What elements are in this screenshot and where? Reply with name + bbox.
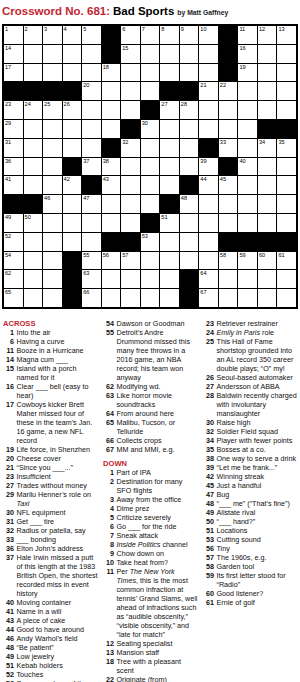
cell-number: 30	[142, 120, 148, 126]
clue-across-63: 63Like horror movie soundtracks	[103, 391, 198, 409]
clue-text: Baldwin recently charged with involuntar…	[217, 391, 299, 418]
cell-number: 41	[5, 176, 11, 182]
letter-cell	[238, 270, 257, 288]
clue-across-1: 1Into the air	[3, 328, 98, 337]
letter-cell	[277, 82, 296, 100]
letter-cell	[160, 139, 179, 157]
letter-cell: 16	[238, 45, 257, 63]
clue-text: Like horror movie soundtracks	[117, 391, 199, 409]
letter-cell	[180, 158, 199, 176]
letter-cell	[24, 45, 43, 63]
cell-number: 26	[64, 101, 70, 107]
clue-down-42: 42Winning streak	[203, 472, 298, 481]
letter-cell	[63, 45, 82, 63]
clue-text: Seating specialist	[117, 639, 199, 648]
letter-cell	[63, 233, 82, 251]
clue-text: Detroit’s Andre Drummond missed this man…	[117, 328, 199, 382]
letter-cell: 56	[102, 252, 121, 270]
letter-cell	[180, 252, 199, 270]
black-square	[277, 120, 296, 138]
clue-across-55: 55Detroit’s Andre Drummond missed this m…	[103, 328, 198, 382]
letter-cell: 15	[121, 45, 140, 63]
letter-cell	[160, 233, 179, 251]
cell-number: 14	[5, 45, 11, 51]
cell-number: 36	[5, 158, 11, 164]
cell-number: 51	[161, 214, 167, 220]
clue-number: 11	[103, 567, 114, 639]
clue-down-59: 59Its first letter stood for “Radio”	[203, 571, 298, 589]
cell-number: 61	[278, 252, 284, 258]
clue-down-11: 11Per The New York Times, this is the mo…	[103, 567, 198, 639]
crossword-grid: 1234567891011121314151617181920212223242…	[2, 24, 298, 309]
clue-across-20: 20Cheese cover	[3, 454, 98, 463]
letter-cell: 3	[43, 26, 62, 44]
clue-number: 23	[203, 319, 214, 328]
letter-cell	[141, 158, 160, 176]
cell-number: 67	[200, 289, 206, 295]
letter-cell: 40	[238, 158, 257, 176]
letter-cell	[160, 289, 179, 307]
cell-number: 3	[44, 26, 47, 32]
letter-cell	[43, 233, 62, 251]
cell-number: 57	[122, 252, 128, 258]
letter-cell	[102, 195, 121, 213]
letter-cell: 50	[24, 214, 43, 232]
letter-cell	[258, 101, 277, 119]
clue-number: 25	[203, 337, 214, 373]
letter-cell: 65	[4, 289, 23, 307]
letter-cell	[277, 176, 296, 194]
letter-cell	[160, 45, 179, 63]
cell-number: 9	[181, 26, 184, 32]
clue-number: 41	[3, 607, 14, 616]
clue-number: 19	[3, 445, 14, 454]
letter-cell	[63, 214, 82, 232]
letter-cell	[199, 195, 218, 213]
black-square	[219, 45, 238, 63]
clue-number: 48	[203, 499, 214, 508]
black-square	[160, 82, 179, 100]
clue-down-5: 5Criticize severely	[103, 513, 198, 522]
letter-cell: 60	[258, 252, 277, 270]
letter-cell	[24, 64, 43, 82]
cell-number: 24	[25, 101, 31, 107]
black-square	[180, 176, 199, 194]
letter-cell	[199, 45, 218, 63]
clue-number: 42	[203, 472, 214, 481]
black-square	[277, 233, 296, 251]
cell-number: 19	[239, 64, 245, 70]
clue-number: 40	[3, 598, 14, 607]
letter-cell: 46	[43, 195, 62, 213]
letter-cell: 67	[199, 289, 218, 307]
letter-cell: 41	[4, 176, 23, 194]
letter-cell: 33	[219, 139, 238, 157]
cell-number: 6	[122, 26, 125, 32]
letter-cell	[258, 64, 277, 82]
clue-text: Criticize severely	[117, 513, 199, 522]
clue-across-52: 52Touches	[3, 670, 98, 679]
clue-text: Tree with a pleasant scent	[117, 657, 199, 675]
letter-cell	[24, 252, 43, 270]
clue-text: “___ hand?”	[217, 517, 299, 526]
letter-cell	[199, 214, 218, 232]
letter-cell	[24, 176, 43, 194]
clue-across-11: 11Booze in a Hurricane	[3, 346, 98, 355]
clue-down-51: 51Locations	[203, 526, 298, 535]
clue-text: Marilu Henner’s role on Taxi	[17, 490, 99, 508]
clue-text: ___ bonding	[17, 535, 99, 544]
clue-down-9: 9Chow down on	[103, 549, 198, 558]
letter-cell: 1	[4, 26, 23, 44]
black-square	[63, 289, 82, 307]
letter-cell: 36	[4, 158, 23, 176]
cell-number: 42	[64, 176, 70, 182]
clue-across-64: 64From around here	[103, 409, 198, 418]
clue-number: 35	[203, 445, 214, 454]
letter-cell	[141, 64, 160, 82]
letter-cell	[43, 214, 62, 232]
black-square	[63, 82, 82, 100]
cell-number: 31	[5, 139, 11, 145]
black-square	[24, 82, 43, 100]
letter-cell: 47	[82, 195, 101, 213]
clue-number: 1	[103, 468, 114, 477]
clue-text: Its first letter stood for “Radio”	[217, 571, 299, 589]
letter-cell: 42	[63, 176, 82, 194]
clue-across-19: 19Life force, in Shenzhen	[3, 445, 98, 454]
cell-number: 40	[239, 158, 245, 164]
letter-cell: 61	[277, 252, 296, 270]
clue-across-31: 31Get ___ tire	[3, 517, 98, 526]
letter-cell	[160, 252, 179, 270]
cell-number: 33	[220, 139, 226, 145]
cell-number: 10	[200, 26, 206, 32]
clue-number: 30	[3, 508, 14, 517]
clue-text: Good listener?	[217, 589, 299, 598]
puzzle-series-title: Crossword No. 681:	[2, 5, 110, 17]
cell-number: 8	[161, 26, 164, 32]
letter-cell	[219, 120, 238, 138]
clue-text: Collects crops	[117, 436, 199, 445]
clue-text: Winning streak	[217, 472, 299, 481]
letter-cell	[43, 64, 62, 82]
clue-down-2: 2Destination for many SFO flights	[103, 477, 198, 495]
letter-cell: 31	[4, 139, 23, 157]
clue-text: Into the air	[17, 328, 99, 337]
letter-cell	[199, 233, 218, 251]
clue-text: Ernie of golf	[217, 598, 299, 607]
letter-cell	[141, 139, 160, 157]
letter-cell	[102, 101, 121, 119]
clue-across-14: 14Magna cum ___	[3, 355, 98, 364]
cell-number: 1	[5, 26, 8, 32]
clue-across-16: 16Clear ___ bell (easy to hear)	[3, 382, 98, 400]
black-square	[238, 233, 257, 251]
clue-number: 6	[3, 337, 14, 346]
cell-number: 53	[142, 233, 148, 239]
clue-text: Locations	[217, 526, 299, 535]
clue-number: 34	[203, 436, 214, 445]
letter-cell	[238, 195, 257, 213]
cell-number: 17	[5, 64, 11, 70]
clue-number: 57	[203, 553, 214, 562]
letter-cell	[121, 158, 140, 176]
letter-cell	[180, 139, 199, 157]
cell-number: 12	[259, 26, 265, 32]
letter-cell	[141, 45, 160, 63]
letter-cell	[43, 120, 62, 138]
clue-text: Dawson or Goodman	[117, 319, 199, 328]
clue-number: 3	[103, 495, 114, 504]
clue-number: 49	[203, 508, 214, 517]
clue-text: A piece of cake	[17, 616, 99, 625]
clue-text: Seoul-based automaker	[217, 373, 299, 382]
clue-down-57: 57The 1960s, e.g.	[203, 553, 298, 562]
black-square	[219, 158, 238, 176]
clue-number: 54	[103, 319, 114, 328]
letter-cell	[63, 120, 82, 138]
clue-across-41: 41Name in a will	[3, 607, 98, 616]
clue-text: Player with fewer points	[217, 436, 299, 445]
letter-cell	[160, 176, 179, 194]
black-square	[258, 120, 277, 138]
letter-cell: 58	[219, 252, 238, 270]
clue-across-51: 51Kebab holders	[3, 661, 98, 670]
clue-text: “___ me” (“That’s fine”)	[217, 499, 299, 508]
clue-number: 48	[3, 643, 14, 652]
cell-number: 20	[83, 82, 89, 88]
clue-across-65: 65Malibu, Tucson, or Telluride	[103, 418, 198, 436]
clue-text: Get ___ tire	[17, 517, 99, 526]
clue-text: Name in a will	[17, 607, 99, 616]
letter-cell	[258, 214, 277, 232]
letter-cell	[277, 101, 296, 119]
clue-across-44: 44Good to have around	[3, 625, 98, 634]
letter-cell	[121, 64, 140, 82]
clue-section: ACROSS1Into the air6Having a curve11Booz…	[3, 319, 298, 682]
cell-number: 29	[5, 120, 11, 126]
black-square	[4, 82, 23, 100]
cell-number: 48	[181, 195, 187, 201]
cell-number: 18	[103, 64, 109, 70]
clue-text: Booze in a Hurricane	[17, 346, 99, 355]
clue-number: 45	[203, 481, 214, 490]
clue-down-53: 53Cutting sound	[203, 535, 298, 544]
letter-cell	[199, 252, 218, 270]
clue-down-22: 22Originate (from)	[103, 675, 198, 682]
letter-cell	[102, 120, 121, 138]
letter-cell	[277, 214, 296, 232]
letter-cell	[102, 289, 121, 307]
cell-number: 23	[5, 101, 11, 107]
clue-text: Take heat from?	[117, 558, 199, 567]
cell-number: 13	[278, 26, 284, 32]
black-square	[4, 195, 23, 213]
letter-cell	[219, 195, 238, 213]
clue-text: Garden tool	[217, 562, 299, 571]
letter-cell	[63, 64, 82, 82]
clue-text: Chow down on	[117, 549, 199, 558]
clue-text: Just a handful	[217, 481, 299, 490]
letter-cell: 7	[141, 26, 160, 44]
letter-cell	[102, 270, 121, 288]
clue-number: 15	[3, 364, 14, 382]
letter-cell	[121, 214, 140, 232]
letter-cell	[277, 64, 296, 82]
letter-cell: 2	[24, 26, 43, 44]
letter-cell: 18	[102, 64, 121, 82]
letter-cell	[238, 176, 257, 194]
clue-number: 65	[103, 418, 114, 436]
puzzle-name: Bad Sports	[113, 5, 174, 17]
clue-column-3: 23Retriever restrainer24Emily in Paris r…	[203, 319, 298, 682]
clue-number: 14	[3, 355, 14, 364]
clue-across-67: 67MM and MMI, e.g.	[103, 445, 198, 454]
clue-text: Retriever restrainer	[217, 319, 299, 328]
cell-number: 34	[259, 139, 265, 145]
letter-cell: 8	[160, 26, 179, 44]
clue-number: 36	[3, 544, 14, 553]
letter-cell	[102, 214, 121, 232]
clue-down-56: 56Tiny	[203, 544, 298, 553]
clue-number: 59	[203, 571, 214, 589]
letter-cell	[141, 82, 160, 100]
clue-text: Low jewelry	[17, 652, 99, 661]
clue-number: 51	[3, 661, 14, 670]
letter-cell: 49	[4, 214, 23, 232]
letter-cell: 28	[180, 101, 199, 119]
cell-number: 44	[200, 176, 206, 182]
cell-number: 56	[103, 252, 109, 258]
clue-text: Good to have around	[17, 625, 99, 634]
clue-across-6: 6Having a curve	[3, 337, 98, 346]
letter-cell: 6	[121, 26, 140, 44]
letter-cell	[43, 158, 62, 176]
clue-text: Soldier Field squad	[217, 427, 299, 436]
letter-cell: 55	[82, 252, 101, 270]
clue-down-12: 12Seating specialist	[103, 639, 198, 648]
cell-number: 43	[103, 176, 109, 182]
cell-number: 63	[83, 270, 89, 276]
clue-across-30: 30NFL equipment	[3, 508, 98, 517]
black-square	[63, 158, 82, 176]
clue-text: Emily in Paris role	[217, 328, 299, 337]
clue-number: 66	[103, 436, 114, 445]
letter-cell	[258, 158, 277, 176]
cell-number: 27	[161, 101, 167, 107]
clue-number: 64	[103, 409, 114, 418]
clue-text: Kebab holders	[17, 661, 99, 670]
black-square	[24, 195, 43, 213]
letter-cell: 43	[102, 176, 121, 194]
letter-cell: 32	[121, 139, 140, 157]
clue-number: 49	[3, 652, 14, 661]
cell-number: 2	[25, 26, 28, 32]
letter-cell	[43, 289, 62, 307]
black-square	[102, 45, 121, 63]
clue-text: Allstate rival	[217, 508, 299, 517]
clue-text: Insufficient	[17, 472, 99, 481]
letter-cell	[82, 101, 101, 119]
clue-column-1: ACROSS1Into the air6Having a curve11Booz…	[3, 319, 98, 682]
clue-text: Cowboys kicker Brett Maher missed four o…	[17, 400, 99, 445]
letter-cell	[180, 64, 199, 82]
clue-across-46: 46Andy Warhol’s field	[3, 634, 98, 643]
cell-number: 15	[122, 45, 128, 51]
clue-number: 47	[203, 490, 214, 499]
cell-number: 52	[5, 233, 11, 239]
clue-number: 16	[3, 382, 14, 400]
letter-cell: 27	[160, 101, 179, 119]
clue-number: 20	[3, 454, 14, 463]
letter-cell	[141, 252, 160, 270]
letter-cell	[24, 158, 43, 176]
letter-cell: 10	[199, 26, 218, 44]
letter-cell	[277, 270, 296, 288]
clue-across-40: 40Moving container	[3, 598, 98, 607]
clue-number: 52	[3, 670, 14, 679]
cell-number: 60	[259, 252, 265, 258]
letter-cell: 17	[4, 64, 23, 82]
letter-cell	[199, 101, 218, 119]
letter-cell: 66	[82, 289, 101, 307]
clue-text: Sneak attack	[117, 531, 199, 540]
black-square	[219, 26, 238, 44]
clue-number: 60	[203, 589, 214, 598]
clue-number: 44	[3, 625, 14, 634]
letter-cell	[43, 45, 62, 63]
letter-cell	[238, 82, 257, 100]
cell-number: 50	[25, 214, 31, 220]
clue-number: 21	[3, 463, 14, 472]
clue-text: This Hall of Fame shortstop grounded int…	[217, 337, 299, 373]
cell-number: 49	[5, 214, 11, 220]
clue-text: From around here	[117, 409, 199, 418]
clue-text: Per The New York Times, this is the most…	[117, 567, 199, 639]
letter-cell: 53	[141, 233, 160, 251]
letter-cell: 57	[121, 252, 140, 270]
clue-number: 43	[3, 616, 14, 625]
letter-cell	[24, 120, 43, 138]
letter-cell: 9	[180, 26, 199, 44]
clue-number: 1	[3, 328, 14, 337]
clue-across-33: 33___ bonding	[3, 535, 98, 544]
clue-number: 37	[3, 553, 14, 598]
letter-cell	[180, 120, 199, 138]
letter-cell	[219, 289, 238, 307]
clue-number: 17	[3, 400, 14, 445]
clue-number: 39	[203, 463, 214, 472]
letter-cell	[238, 101, 257, 119]
letter-cell: 59	[238, 252, 257, 270]
clue-number: 63	[103, 391, 114, 409]
letter-cell	[82, 233, 101, 251]
letter-cell	[258, 270, 277, 288]
letter-cell: 64	[199, 270, 218, 288]
letter-cell: 22	[219, 82, 238, 100]
clue-text: Bug	[217, 490, 299, 499]
clue-text: Originate (from)	[117, 675, 199, 682]
letter-cell	[160, 64, 179, 82]
clue-down-60: 60Good listener?	[203, 589, 298, 598]
letter-cell	[258, 176, 277, 194]
clue-down-49: 49Allstate rival	[203, 508, 298, 517]
letter-cell: 54	[4, 252, 23, 270]
clue-text: Andersson of ABBA	[217, 382, 299, 391]
clue-text: Modifying wd.	[117, 382, 199, 391]
cell-number: 45	[220, 176, 226, 182]
